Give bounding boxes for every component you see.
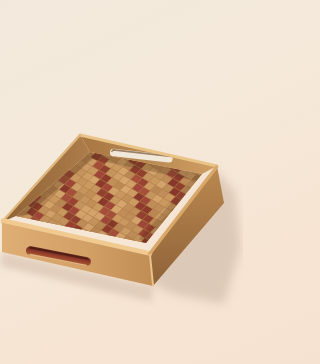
- tray-photo-canvas: [0, 0, 243, 364]
